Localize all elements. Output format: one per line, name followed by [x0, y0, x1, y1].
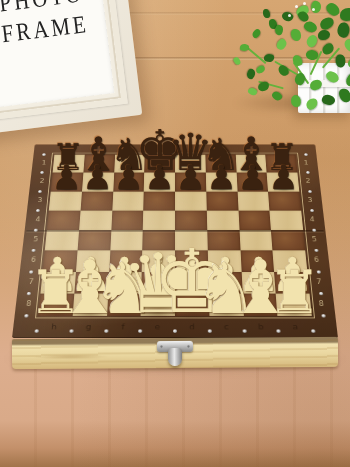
scene: PHOTO FRAME hgfedcba1122334455667788 ♜♝♞…: [0, 0, 350, 467]
metal-pin-icon: [311, 329, 315, 332]
rank-label: 3: [303, 197, 316, 203]
metal-pin-icon: [308, 190, 312, 193]
plant-leaf: [263, 9, 270, 18]
plant-leaf: [291, 29, 302, 42]
square-r3c1[interactable]: [79, 210, 112, 230]
rank-label: 3: [33, 197, 46, 203]
plant-leaf: [274, 24, 285, 36]
piece-black-pawn[interactable]: ♟: [113, 160, 143, 194]
metal-pin-icon: [35, 329, 39, 332]
metal-pin-icon: [38, 190, 42, 193]
photo-frame-molding: PHOTO FRAME: [0, 0, 128, 121]
square-r3c4[interactable]: [175, 210, 207, 230]
square-r3c0[interactable]: [47, 210, 81, 230]
piece-black-pawn[interactable]: ♟: [51, 160, 81, 194]
piece-black-pawn[interactable]: ♟: [206, 160, 236, 194]
clasp-screw: [187, 345, 190, 348]
metal-pin-icon: [321, 314, 325, 317]
piece-black-pawn[interactable]: ♟: [175, 160, 205, 194]
plant-leaf: [336, 21, 350, 39]
metal-pin-icon: [304, 153, 308, 156]
rank-label: 1: [38, 160, 51, 166]
metal-pin-icon: [312, 229, 316, 232]
rank-label: 5: [307, 236, 321, 243]
board-front-edge: [12, 337, 338, 369]
square-r3c2[interactable]: [111, 210, 144, 230]
plant-flower-speck: [312, 8, 315, 11]
piece-black-pawn[interactable]: ♟: [268, 160, 298, 194]
photo-frame-mat: PHOTO FRAME: [0, 0, 114, 108]
plant-flower-speck: [295, 5, 298, 8]
rank-label: 4: [305, 216, 319, 223]
plant-leaf: [257, 81, 269, 92]
square-r3c7[interactable]: [270, 210, 304, 230]
photo-frame: PHOTO FRAME: [0, 0, 142, 136]
metal-pin-icon: [40, 171, 44, 174]
clasp-knob: [168, 348, 182, 366]
plant-leaf: [340, 8, 350, 21]
plant-leaf: [274, 37, 288, 51]
table-grain: [0, 358, 350, 467]
rank-label: 2: [35, 178, 48, 184]
piece-black-pawn[interactable]: ♟: [144, 160, 174, 194]
plant-flower-speck: [303, 2, 306, 5]
plant-leaf: [319, 16, 336, 31]
metal-pin-icon: [36, 209, 40, 212]
plant-leaf: [239, 43, 249, 52]
square-r3c6[interactable]: [238, 210, 271, 230]
square-r3c3[interactable]: [143, 210, 175, 230]
rank-label: 1: [300, 160, 313, 166]
piece-black-pawn[interactable]: ♟: [82, 160, 112, 194]
plant-leaf: [251, 28, 262, 39]
plant-leaf: [277, 64, 290, 78]
square-r3c5[interactable]: [207, 210, 240, 230]
rank-label: 5: [29, 236, 43, 243]
plant-flower-speck: [288, 14, 291, 17]
rank-label: 2: [301, 178, 314, 184]
rank-label: 4: [31, 216, 45, 223]
clasp-screw: [160, 345, 163, 348]
metal-pin-icon: [42, 153, 46, 156]
metal-pin-icon: [31, 249, 35, 252]
piece-white-rook[interactable]: ♜: [267, 262, 321, 322]
plant-leaf: [318, 30, 330, 40]
metal-pin-icon: [306, 171, 310, 174]
latch-clasp-icon: [157, 341, 193, 368]
metal-pin-icon: [310, 209, 314, 212]
piece-black-pawn[interactable]: ♟: [237, 160, 267, 194]
metal-pin-icon: [314, 249, 318, 252]
plant-leaf: [255, 65, 266, 75]
plant-leaf: [342, 37, 350, 55]
